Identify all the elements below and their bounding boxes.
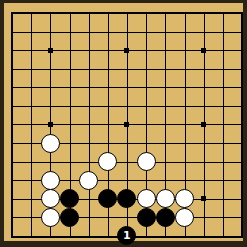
white-stone[interactable] [98,152,117,171]
black-stone[interactable] [137,208,156,227]
black-stone[interactable] [98,189,117,208]
white-stone[interactable] [175,208,194,227]
black-stone[interactable] [60,189,79,208]
go-diagram: 1 [0,0,247,247]
white-stone[interactable] [137,189,156,208]
white-stone[interactable] [137,152,156,171]
move-1-stone[interactable]: 1 [117,226,136,245]
white-stone[interactable] [156,189,175,208]
black-stone[interactable] [156,208,175,227]
black-stone[interactable] [60,208,79,227]
white-stone[interactable] [41,171,60,190]
move-number-label: 1 [123,230,131,242]
stones-layer: 1 [2,4,247,246]
black-stone[interactable] [117,189,136,208]
goban-board[interactable]: 1 [4,3,243,241]
white-stone[interactable] [79,171,98,190]
white-stone[interactable] [41,134,60,153]
white-stone[interactable] [41,189,60,208]
white-stone[interactable] [175,189,194,208]
white-stone[interactable] [41,208,60,227]
